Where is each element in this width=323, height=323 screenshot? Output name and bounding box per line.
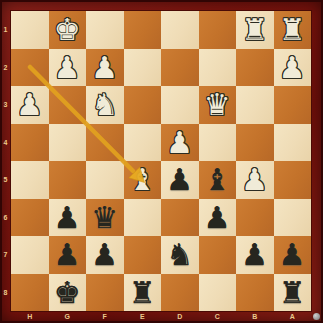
piece-wP-g2[interactable]: ♟ <box>49 49 87 87</box>
square-f6[interactable]: ♛ <box>86 199 124 237</box>
square-f5[interactable] <box>86 161 124 199</box>
square-e1[interactable] <box>124 11 162 49</box>
piece-bP-g6[interactable]: ♟ <box>49 199 87 237</box>
square-b7[interactable]: ♟ <box>236 236 274 274</box>
corner-dot-marker <box>313 313 320 320</box>
square-e3[interactable] <box>124 86 162 124</box>
board: ♚♜♜♟♟♟♟♞♛♟♝♟♝♟♟♛♟♟♟♞♟♟♚♜♜ <box>11 11 311 311</box>
piece-bN-d7[interactable]: ♞ <box>161 236 199 274</box>
file-label-b: B <box>236 311 274 323</box>
chess-board-frame: ♚♜♜♟♟♟♟♞♛♟♝♟♝♟♟♛♟♟♟♞♟♟♚♜♜ 12345678 HGFED… <box>0 0 323 323</box>
piece-wR-a1[interactable]: ♜ <box>274 11 312 49</box>
square-d6[interactable] <box>161 199 199 237</box>
square-h3[interactable]: ♟ <box>11 86 49 124</box>
square-e7[interactable] <box>124 236 162 274</box>
square-d7[interactable]: ♞ <box>161 236 199 274</box>
square-g3[interactable] <box>49 86 87 124</box>
square-b6[interactable] <box>236 199 274 237</box>
square-e5[interactable]: ♝ <box>124 161 162 199</box>
square-d2[interactable] <box>161 49 199 87</box>
piece-wQ-c3[interactable]: ♛ <box>199 86 237 124</box>
square-a2[interactable]: ♟ <box>274 49 312 87</box>
piece-wP-d4[interactable]: ♟ <box>161 124 199 162</box>
square-g1[interactable]: ♚ <box>49 11 87 49</box>
square-e4[interactable] <box>124 124 162 162</box>
square-a4[interactable] <box>274 124 312 162</box>
piece-wP-b5[interactable]: ♟ <box>236 161 274 199</box>
square-e8[interactable]: ♜ <box>124 274 162 312</box>
square-g8[interactable]: ♚ <box>49 274 87 312</box>
square-c3[interactable]: ♛ <box>199 86 237 124</box>
square-g4[interactable] <box>49 124 87 162</box>
square-f3[interactable]: ♞ <box>86 86 124 124</box>
square-e2[interactable] <box>124 49 162 87</box>
square-d3[interactable] <box>161 86 199 124</box>
square-b8[interactable] <box>236 274 274 312</box>
rank-label-8: 8 <box>0 274 11 312</box>
file-label-h: H <box>11 311 49 323</box>
square-b3[interactable] <box>236 86 274 124</box>
square-c4[interactable] <box>199 124 237 162</box>
square-h1[interactable] <box>11 11 49 49</box>
square-h8[interactable] <box>11 274 49 312</box>
square-c1[interactable] <box>199 11 237 49</box>
piece-bP-b7[interactable]: ♟ <box>236 236 274 274</box>
file-label-d: D <box>161 311 199 323</box>
square-c6[interactable]: ♟ <box>199 199 237 237</box>
square-a3[interactable] <box>274 86 312 124</box>
rank-label-1: 1 <box>0 11 11 49</box>
piece-bP-c6[interactable]: ♟ <box>199 199 237 237</box>
square-c5[interactable]: ♝ <box>199 161 237 199</box>
square-a7[interactable]: ♟ <box>274 236 312 274</box>
piece-bQ-f6[interactable]: ♛ <box>86 199 124 237</box>
square-d4[interactable]: ♟ <box>161 124 199 162</box>
piece-wN-f3[interactable]: ♞ <box>86 86 124 124</box>
square-g2[interactable]: ♟ <box>49 49 87 87</box>
square-e6[interactable] <box>124 199 162 237</box>
piece-wR-b1[interactable]: ♜ <box>236 11 274 49</box>
square-f7[interactable]: ♟ <box>86 236 124 274</box>
piece-wK-g1[interactable]: ♚ <box>49 11 87 49</box>
square-d1[interactable] <box>161 11 199 49</box>
piece-bR-e8[interactable]: ♜ <box>124 274 162 312</box>
rank-label-7: 7 <box>0 236 11 274</box>
square-d8[interactable] <box>161 274 199 312</box>
piece-wP-f2[interactable]: ♟ <box>86 49 124 87</box>
square-b5[interactable]: ♟ <box>236 161 274 199</box>
square-h2[interactable] <box>11 49 49 87</box>
rank-label-4: 4 <box>0 124 11 162</box>
square-a5[interactable] <box>274 161 312 199</box>
piece-wB-e5[interactable]: ♝ <box>124 161 162 199</box>
square-b2[interactable] <box>236 49 274 87</box>
square-a6[interactable] <box>274 199 312 237</box>
square-h7[interactable] <box>11 236 49 274</box>
file-label-a: A <box>274 311 312 323</box>
piece-bK-g8[interactable]: ♚ <box>49 274 87 312</box>
piece-wP-h3[interactable]: ♟ <box>11 86 49 124</box>
piece-wP-a2[interactable]: ♟ <box>274 49 312 87</box>
file-label-f: F <box>86 311 124 323</box>
square-f8[interactable] <box>86 274 124 312</box>
square-f1[interactable] <box>86 11 124 49</box>
rank-label-3: 3 <box>0 86 11 124</box>
square-f4[interactable] <box>86 124 124 162</box>
piece-bP-f7[interactable]: ♟ <box>86 236 124 274</box>
file-label-c: C <box>199 311 237 323</box>
square-h4[interactable] <box>11 124 49 162</box>
square-g7[interactable]: ♟ <box>49 236 87 274</box>
rank-label-6: 6 <box>0 199 11 237</box>
file-label-e: E <box>124 311 162 323</box>
square-a8[interactable]: ♜ <box>274 274 312 312</box>
piece-bP-g7[interactable]: ♟ <box>49 236 87 274</box>
square-g6[interactable]: ♟ <box>49 199 87 237</box>
square-g5[interactable] <box>49 161 87 199</box>
piece-bP-a7[interactable]: ♟ <box>274 236 312 274</box>
rank-label-2: 2 <box>0 49 11 87</box>
square-c2[interactable] <box>199 49 237 87</box>
square-f2[interactable]: ♟ <box>86 49 124 87</box>
square-d5[interactable]: ♟ <box>161 161 199 199</box>
piece-bP-d5[interactable]: ♟ <box>161 161 199 199</box>
square-b1[interactable]: ♜ <box>236 11 274 49</box>
piece-bB-c5[interactable]: ♝ <box>199 161 237 199</box>
square-c8[interactable] <box>199 274 237 312</box>
square-h6[interactable] <box>11 199 49 237</box>
piece-bR-a8[interactable]: ♜ <box>274 274 312 312</box>
square-b4[interactable] <box>236 124 274 162</box>
file-label-g: G <box>49 311 87 323</box>
square-a1[interactable]: ♜ <box>274 11 312 49</box>
rank-label-5: 5 <box>0 161 11 199</box>
square-c7[interactable] <box>199 236 237 274</box>
square-h5[interactable] <box>11 161 49 199</box>
